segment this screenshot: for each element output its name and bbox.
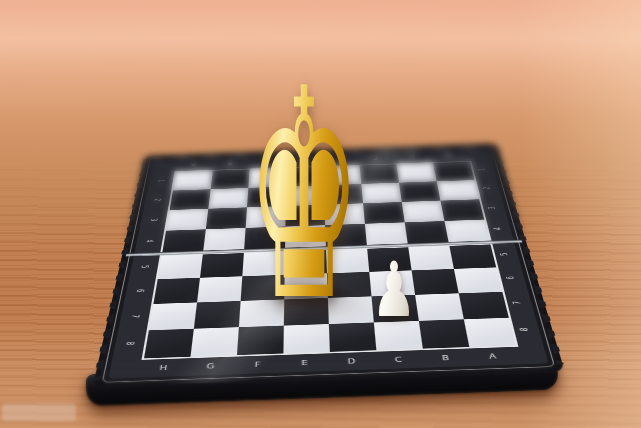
square-a5 xyxy=(449,244,496,268)
board-half-near: HGFEDCBA 5678 5678 xyxy=(108,241,548,378)
square-h7 xyxy=(149,302,197,330)
square-c8 xyxy=(374,321,423,350)
square-a3 xyxy=(440,199,484,221)
square-h4 xyxy=(162,229,206,252)
square-a7 xyxy=(459,292,509,320)
file-label-f: F xyxy=(234,359,281,369)
square-b2 xyxy=(399,181,440,202)
square-g7 xyxy=(194,301,241,329)
square-a8 xyxy=(464,318,516,347)
watermark xyxy=(2,404,76,421)
file-label-c: C xyxy=(375,354,423,364)
square-d4 xyxy=(325,224,367,247)
board-surface: HGFEDCBA 1234 1234 HGFEDCBA 5678 5678 xyxy=(95,144,562,387)
square-b7 xyxy=(415,293,464,321)
square-a2 xyxy=(437,180,479,201)
file-label-h: H xyxy=(139,363,187,374)
square-f8 xyxy=(237,326,284,356)
square-h3 xyxy=(166,209,208,231)
file-label-f: F xyxy=(357,155,394,162)
file-label-c: C xyxy=(248,158,285,165)
square-g1 xyxy=(211,169,250,189)
board-case: HGFEDCBA 1234 1234 HGFEDCBA 5678 5678 xyxy=(95,144,562,387)
square-c2 xyxy=(361,183,401,204)
square-c3 xyxy=(363,202,405,224)
square-c5 xyxy=(367,247,411,272)
square-e8 xyxy=(283,324,329,353)
square-e3 xyxy=(285,205,325,227)
square-b3 xyxy=(402,201,445,223)
file-label-a: A xyxy=(175,161,212,168)
square-b8 xyxy=(419,319,469,348)
square-f3 xyxy=(246,206,286,228)
square-e5 xyxy=(285,250,327,275)
square-d6 xyxy=(327,272,372,298)
file-label-d: D xyxy=(328,356,376,366)
square-f4 xyxy=(244,227,285,250)
square-a4 xyxy=(444,220,489,243)
square-f1 xyxy=(248,168,286,188)
square-a6 xyxy=(454,267,502,293)
file-label-b: B xyxy=(421,353,469,363)
square-d1 xyxy=(323,166,361,186)
photo-scene: HGFEDCBA 1234 1234 HGFEDCBA 5678 5678 ♚ … xyxy=(0,0,641,428)
square-h1 xyxy=(173,171,213,191)
square-b1 xyxy=(396,163,436,183)
square-g8 xyxy=(190,327,238,357)
square-h8 xyxy=(144,329,194,359)
square-d5 xyxy=(326,249,369,274)
square-b5 xyxy=(408,246,454,271)
square-b4 xyxy=(405,221,449,244)
square-e7 xyxy=(284,298,329,326)
square-d8 xyxy=(329,322,377,351)
square-h5 xyxy=(158,254,203,279)
file-label-d: D xyxy=(285,157,321,164)
square-c4 xyxy=(365,222,408,245)
square-h6 xyxy=(153,278,200,304)
squares-ranks-1-4 xyxy=(160,161,492,254)
square-b6 xyxy=(412,269,459,295)
square-g2 xyxy=(208,188,248,209)
square-f2 xyxy=(247,187,286,208)
square-f7 xyxy=(239,299,284,327)
square-f5 xyxy=(242,252,285,277)
square-d3 xyxy=(324,203,365,225)
board-half-far: HGFEDCBA 1234 1234 xyxy=(134,149,514,255)
file-label-e: E xyxy=(321,156,358,163)
squares-ranks-5-8 xyxy=(141,243,518,360)
square-c1 xyxy=(360,164,399,184)
file-label-b: B xyxy=(212,160,249,167)
square-e4 xyxy=(285,225,326,248)
file-label-h: H xyxy=(429,152,466,159)
square-g5 xyxy=(200,253,244,278)
square-c6 xyxy=(369,270,415,296)
square-a1 xyxy=(433,162,474,182)
file-label-a: A xyxy=(468,351,517,361)
square-g4 xyxy=(203,228,245,251)
square-g6 xyxy=(197,276,242,302)
file-label-e: E xyxy=(281,358,328,368)
square-g3 xyxy=(206,207,247,229)
square-e6 xyxy=(284,273,328,299)
square-d2 xyxy=(324,184,363,205)
chess-board: HGFEDCBA 1234 1234 HGFEDCBA 5678 5678 xyxy=(117,41,531,428)
square-e2 xyxy=(286,185,325,206)
square-d7 xyxy=(328,296,374,324)
file-label-g: G xyxy=(393,153,430,160)
square-c7 xyxy=(371,295,418,323)
file-label-g: G xyxy=(186,361,234,372)
square-f6 xyxy=(241,275,285,301)
square-h2 xyxy=(170,189,211,210)
square-e1 xyxy=(286,167,324,187)
